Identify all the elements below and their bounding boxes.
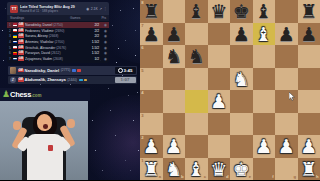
- square-d4[interactable]: ♟: [208, 90, 231, 113]
- featured-game: GM Naroditsky, Daniel (2775) 3:45 Z GM A…: [8, 66, 137, 85]
- square-f2[interactable]: ♟: [253, 135, 276, 158]
- black-queen[interactable]: ♛: [208, 0, 231, 23]
- mouse-cursor: [289, 92, 296, 101]
- player-name: Naroditsky, Daniel (2750): [25, 23, 86, 27]
- player-name: Grischuk, Alexander (2676): [25, 46, 86, 50]
- file-label-g: g: [294, 174, 297, 179]
- player-rating-white: (2440): [67, 78, 77, 82]
- watch-game-icon[interactable]: ◉: [99, 57, 107, 61]
- square-b2[interactable]: ♟: [163, 135, 186, 158]
- square-a2[interactable]: 2♟: [140, 135, 163, 158]
- square-h8[interactable]: ♜: [298, 0, 320, 23]
- square-a3[interactable]: 3: [140, 113, 163, 136]
- streamer-left-hand: [13, 121, 21, 130]
- square-h6[interactable]: [298, 45, 320, 68]
- player-score: 1/2: [86, 57, 99, 61]
- federation-badge: [72, 69, 76, 72]
- square-b8[interactable]: [163, 0, 186, 23]
- square-d5[interactable]: [208, 68, 231, 91]
- player-score: 2/2: [86, 23, 99, 27]
- player-score: 1.5/2: [86, 40, 99, 44]
- square-g6[interactable]: [275, 45, 298, 68]
- col-games: Games: [70, 16, 94, 20]
- chess-board[interactable]: 8♜♝♛♚♝♜7♟♟♟♝♟♟6♞♞5♞4♟32♟♟♟♟♟1a♜b♞c♝d♛e♚f…: [140, 0, 320, 180]
- star: [116, 62, 117, 63]
- player-score: 2/2: [86, 29, 99, 33]
- star: [3, 60, 4, 61]
- webcam: [0, 101, 88, 180]
- tournament-header: TT Late Titled Tuesday Blitz Aug 29 Roun…: [7, 2, 109, 15]
- country-flag: [13, 46, 17, 49]
- player-badges-white: [79, 79, 115, 82]
- player-name: Fedoseev, Vladimir (2690): [25, 29, 86, 33]
- rank-label-6: 6: [141, 45, 143, 50]
- star: [133, 120, 134, 121]
- square-c8[interactable]: ♝: [185, 0, 208, 23]
- player-score: 1.5/2: [86, 51, 99, 55]
- title-badge: GM: [18, 46, 24, 50]
- watch-game-icon[interactable]: ◉: [99, 51, 107, 55]
- title-badge: GM: [18, 51, 24, 55]
- chesscom-pawn-icon: ♟: [2, 88, 10, 101]
- square-g1[interactable]: g: [275, 158, 298, 181]
- square-f4[interactable]: [253, 90, 276, 113]
- player-rating-black: (2775): [61, 68, 71, 72]
- title-badge: GM: [18, 40, 24, 44]
- col-pts: Pts: [94, 16, 106, 20]
- watch-game-icon[interactable]: ◉: [99, 23, 107, 27]
- square-a4[interactable]: 4: [140, 90, 163, 113]
- rank-label-4: 4: [141, 90, 143, 95]
- title-badge: GM: [18, 29, 24, 33]
- clock-black: 3:45: [115, 67, 136, 74]
- star: [5, 8, 6, 9]
- share-icon[interactable]: ↗: [99, 7, 102, 11]
- rank-label-3: 3: [141, 113, 143, 118]
- square-e2[interactable]: [230, 135, 253, 158]
- square-h2[interactable]: ♟: [298, 135, 320, 158]
- square-c4[interactable]: [185, 90, 208, 113]
- star: [2, 30, 3, 31]
- tournament-subtitle: Round 8 of 11 · 588 players: [20, 9, 86, 13]
- black-bishop[interactable]: ♝: [185, 0, 208, 23]
- player-name-black: Naroditsky, Daniel: [25, 68, 60, 73]
- black-pawn[interactable]: ♟: [140, 23, 163, 46]
- player-bar-black[interactable]: GM Naroditsky, Daniel (2775) 3:45: [8, 66, 137, 75]
- square-h7[interactable]: ♟: [298, 23, 320, 46]
- white-pawn[interactable]: ♟: [163, 135, 186, 158]
- star: [108, 88, 109, 89]
- shirt-logo: [48, 145, 53, 151]
- federation-badge: [77, 69, 81, 72]
- square-c7[interactable]: [185, 23, 208, 46]
- square-g3[interactable]: [275, 113, 298, 136]
- square-d8[interactable]: ♛: [208, 0, 231, 23]
- white-pawn[interactable]: ♟: [208, 90, 231, 113]
- square-f1[interactable]: f: [253, 158, 276, 181]
- player-score: 1.5/2: [86, 46, 99, 50]
- white-king[interactable]: ♚: [230, 158, 253, 181]
- title-badge: GM: [18, 23, 24, 27]
- brand-bar: ♟ Chess .com: [0, 88, 90, 101]
- avatar-black: [10, 67, 17, 74]
- square-a1[interactable]: 1a♜: [140, 158, 163, 181]
- square-h4[interactable]: [298, 90, 320, 113]
- clock-icon: [118, 68, 123, 73]
- square-e5[interactable]: ♞: [230, 68, 253, 91]
- square-g7[interactable]: ♟: [275, 23, 298, 46]
- white-bishop[interactable]: ♝: [185, 158, 208, 181]
- black-pawn[interactable]: ♟: [275, 23, 298, 46]
- star: [130, 170, 131, 171]
- square-b4[interactable]: [163, 90, 186, 113]
- title-badge: GM: [18, 34, 24, 38]
- star: [128, 95, 129, 96]
- watch-game-icon[interactable]: ◉: [99, 46, 107, 50]
- square-a6[interactable]: 6: [140, 45, 163, 68]
- streamer-mouth: [43, 124, 48, 129]
- country-flag: [13, 58, 17, 61]
- streamer-shirt: [27, 134, 63, 180]
- star: [135, 55, 136, 56]
- clock-white: 1:07: [115, 77, 136, 84]
- tournament-logo: TT: [10, 5, 18, 13]
- player-name: Sarana, Alexey (2668): [25, 34, 86, 38]
- standings-list: 1GMNaroditsky, Daniel (2750)2/2◉2GMFedos…: [7, 21, 109, 63]
- square-a5[interactable]: 5: [140, 68, 163, 91]
- star: [135, 30, 136, 31]
- square-e8[interactable]: ♚: [230, 0, 253, 23]
- square-b5[interactable]: [163, 68, 186, 91]
- black-king[interactable]: ♚: [230, 0, 253, 23]
- square-a8[interactable]: 8♜: [140, 0, 163, 23]
- black-knight[interactable]: ♞: [185, 45, 208, 68]
- square-f3[interactable]: [253, 113, 276, 136]
- white-bishop[interactable]: ♝: [253, 23, 276, 46]
- square-c3[interactable]: [185, 113, 208, 136]
- title-badge: GM: [18, 57, 24, 61]
- square-b7[interactable]: ♟: [163, 23, 186, 46]
- square-d7[interactable]: [208, 23, 231, 46]
- black-pawn[interactable]: ♟: [230, 23, 253, 46]
- player-score: 2/2: [86, 34, 99, 38]
- player-name: Artemiev, Vladislav (2700): [25, 40, 86, 44]
- square-c5[interactable]: [185, 68, 208, 91]
- square-g8[interactable]: [275, 0, 298, 23]
- white-pawn[interactable]: ♟: [140, 135, 163, 158]
- player-name-white: Abdumalik, Zhansaya: [25, 77, 66, 82]
- square-f7[interactable]: ♝: [253, 23, 276, 46]
- chesscom-tld: .com: [31, 93, 42, 98]
- menu-icon[interactable]: ⋮: [104, 7, 107, 11]
- title-badge-white: GM: [18, 78, 24, 82]
- square-d2[interactable]: [208, 135, 231, 158]
- square-b1[interactable]: b♞: [163, 158, 186, 181]
- black-pawn[interactable]: ♟: [298, 23, 320, 46]
- country-flag: [13, 41, 17, 44]
- black-pawn[interactable]: ♟: [163, 23, 186, 46]
- square-c6[interactable]: ♞: [185, 45, 208, 68]
- white-pawn[interactable]: ♟: [275, 135, 298, 158]
- square-e3[interactable]: [230, 113, 253, 136]
- square-e1[interactable]: e♚: [230, 158, 253, 181]
- square-h3[interactable]: [298, 113, 320, 136]
- square-e4[interactable]: [230, 90, 253, 113]
- white-pawn[interactable]: ♟: [253, 135, 276, 158]
- square-b3[interactable]: [163, 113, 186, 136]
- star: [112, 25, 113, 26]
- viewer-count: 2.1K: [91, 7, 98, 11]
- star: [138, 150, 139, 151]
- star: [92, 120, 93, 121]
- col-standings: Standings: [10, 16, 70, 20]
- star: [137, 92, 138, 93]
- square-g2[interactable]: ♟: [275, 135, 298, 158]
- country-flag: [13, 23, 17, 26]
- square-h5[interactable]: [298, 68, 320, 91]
- square-a7[interactable]: 7♟: [140, 23, 163, 46]
- square-g5[interactable]: [275, 68, 298, 91]
- watch-game-icon[interactable]: ◉: [99, 34, 107, 38]
- federation-badge: [84, 79, 88, 82]
- white-pawn[interactable]: ♟: [298, 135, 320, 158]
- square-e6[interactable]: [230, 45, 253, 68]
- square-d1[interactable]: d♛: [208, 158, 231, 181]
- black-bishop[interactable]: ♝: [253, 0, 276, 23]
- chesscom-wordmark: Chess: [10, 90, 31, 99]
- country-flag: [13, 35, 17, 38]
- black-rook[interactable]: ♜: [140, 0, 163, 23]
- player-badges-black: [72, 69, 114, 72]
- title-badge-black: GM: [18, 69, 24, 73]
- square-c2[interactable]: [185, 135, 208, 158]
- star: [102, 170, 103, 171]
- star: [133, 8, 134, 9]
- stream-frame: 8♜♝♛♚♝♜7♟♟♟♝♟♟6♞♞5♞4♟32♟♟♟♟♟1a♜b♞c♝d♛e♚f…: [0, 0, 320, 180]
- rank-label-5: 5: [141, 68, 143, 73]
- square-f6[interactable]: [253, 45, 276, 68]
- white-rook[interactable]: ♜: [298, 158, 320, 181]
- watch-game-icon[interactable]: ◉: [99, 29, 107, 33]
- star: [95, 150, 96, 151]
- file-label-f: f: [272, 174, 273, 179]
- tournament-panel: TT Late Titled Tuesday Blitz Aug 29 Roun…: [7, 2, 109, 63]
- standings-row-7[interactable]: 7GMZvjaginsev, Vadim (2608)1/2◉: [7, 56, 109, 62]
- streamer-right-hand: [67, 119, 75, 128]
- player-bar-white[interactable]: Z GM Abdumalik, Zhansaya (2440) 1:07: [8, 76, 137, 85]
- viewers-eye-icon: ◉: [86, 7, 89, 11]
- star: [118, 48, 119, 49]
- square-f5[interactable]: [253, 68, 276, 91]
- square-f8[interactable]: ♝: [253, 0, 276, 23]
- white-rook[interactable]: ♜: [140, 158, 163, 181]
- square-d3[interactable]: [208, 113, 231, 136]
- avatar-white: Z: [10, 77, 17, 84]
- square-c1[interactable]: c♝: [185, 158, 208, 181]
- white-queen[interactable]: ♛: [208, 158, 231, 181]
- country-flag: [13, 29, 17, 32]
- square-h1[interactable]: h♜: [298, 158, 320, 181]
- white-knight[interactable]: ♞: [163, 158, 186, 181]
- square-b6[interactable]: ♞: [163, 45, 186, 68]
- square-e7[interactable]: ♟: [230, 23, 253, 46]
- black-knight[interactable]: ♞: [163, 45, 186, 68]
- star: [125, 40, 126, 41]
- white-knight[interactable]: ♞: [230, 68, 253, 91]
- square-d6[interactable]: [208, 45, 231, 68]
- star: [110, 110, 111, 111]
- star: [125, 160, 126, 161]
- black-rook[interactable]: ♜: [298, 0, 320, 23]
- watch-game-icon[interactable]: ◉: [99, 40, 107, 44]
- player-name: Zvjaginsev, Vadim (2608): [25, 57, 86, 61]
- country-flag: [13, 52, 17, 55]
- star: [115, 135, 116, 136]
- star: [120, 10, 121, 11]
- player-name: Paravyan, David (2612): [25, 51, 86, 55]
- federation-badge: [79, 79, 83, 82]
